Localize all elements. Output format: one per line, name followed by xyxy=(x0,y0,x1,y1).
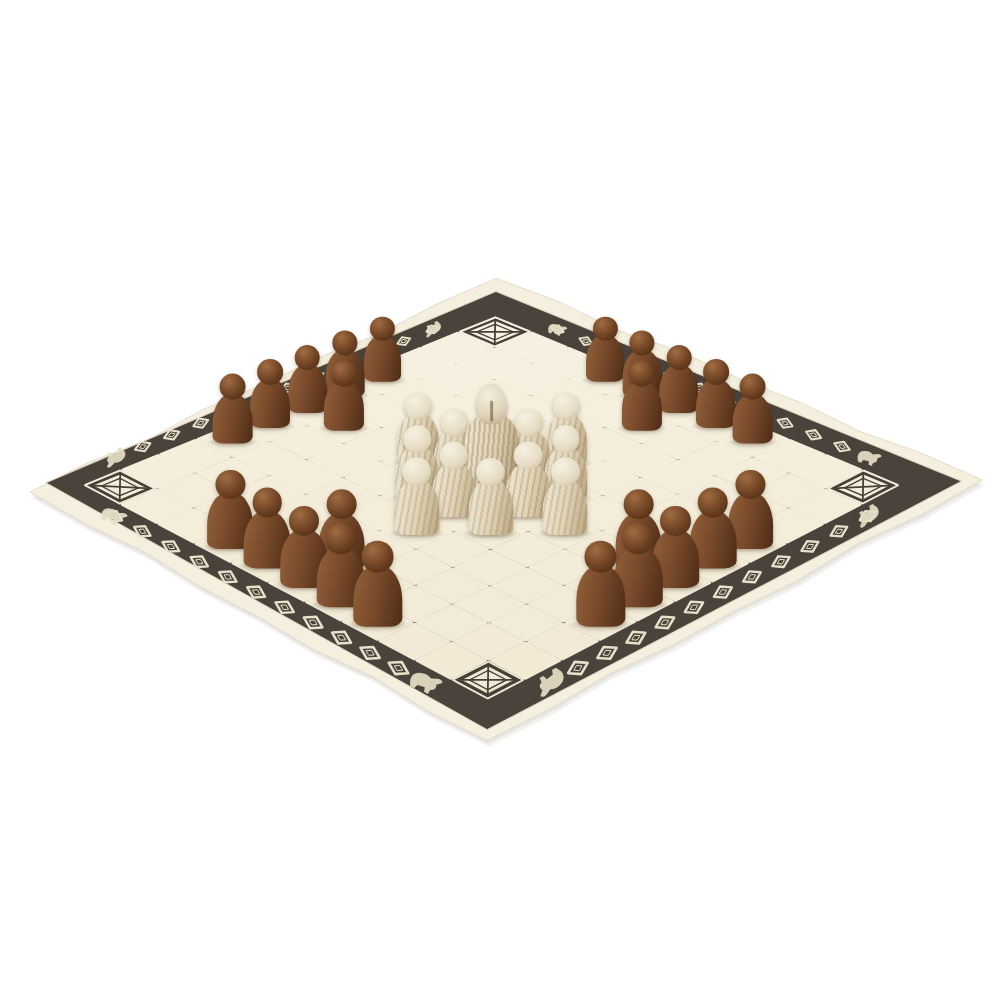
piece-head xyxy=(362,541,394,573)
piece-head xyxy=(630,331,655,356)
piece-head xyxy=(624,489,654,519)
piece-head xyxy=(629,361,655,387)
piece-body xyxy=(288,364,327,413)
piece-body xyxy=(659,364,698,413)
piece-head xyxy=(252,488,282,518)
attacker-piece-d11[interactable] xyxy=(586,316,624,381)
attacker-piece-a6[interactable] xyxy=(288,345,327,413)
piece-head xyxy=(257,359,283,385)
piece-body xyxy=(324,380,364,430)
piece-body xyxy=(364,335,402,382)
piece-body xyxy=(543,479,588,535)
piece-body xyxy=(621,380,661,430)
defender-piece-h6[interactable] xyxy=(543,457,588,535)
piece-body xyxy=(696,379,736,429)
piece-head xyxy=(740,374,766,400)
attacker-piece-a5[interactable] xyxy=(250,359,290,428)
piece-body xyxy=(732,393,773,444)
attacker-piece-h11[interactable] xyxy=(732,374,773,444)
piece-head xyxy=(703,359,729,385)
hnefatafl-scene xyxy=(0,0,1000,1000)
piece-body xyxy=(353,565,402,626)
piece-body xyxy=(586,335,624,382)
piece-head xyxy=(331,361,357,387)
defender-piece-g5[interactable] xyxy=(468,458,513,536)
piece-body xyxy=(576,565,625,626)
attacker-piece-g11[interactable] xyxy=(696,359,736,428)
piece-body xyxy=(250,379,290,429)
piece-head xyxy=(325,523,356,554)
piece-head xyxy=(403,425,431,453)
piece-head xyxy=(552,425,580,453)
attacker-piece-f10[interactable] xyxy=(621,361,661,430)
attacker-piece-a4[interactable] xyxy=(212,374,253,444)
piece-head xyxy=(219,374,245,400)
attacker-piece-k4[interactable] xyxy=(576,541,625,626)
piece-head xyxy=(551,457,580,486)
piece-head xyxy=(476,384,507,424)
piece-head xyxy=(402,457,431,486)
defender-piece-f4[interactable] xyxy=(394,457,439,535)
attacker-piece-b6[interactable] xyxy=(324,361,364,430)
piece-head xyxy=(553,393,580,420)
piece-head xyxy=(622,523,653,554)
attacker-piece-f11[interactable] xyxy=(659,345,698,413)
piece-head xyxy=(405,393,432,420)
piece-head xyxy=(327,489,357,519)
attacker-piece-a8[interactable] xyxy=(364,316,402,381)
piece-body xyxy=(212,393,253,444)
piece-head xyxy=(585,541,617,573)
piece-body xyxy=(468,479,513,535)
piece-head xyxy=(333,331,358,356)
piece-head xyxy=(698,488,728,518)
attacker-piece-h1[interactable] xyxy=(353,541,402,626)
piece-body xyxy=(394,479,439,535)
piece-head xyxy=(476,458,505,487)
